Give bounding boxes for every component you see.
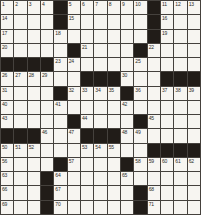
white-cell[interactable]: 65	[121, 172, 134, 186]
white-cell[interactable]	[81, 172, 94, 186]
clue-number: 65	[122, 172, 127, 178]
clue-number: 50	[2, 144, 7, 150]
white-cell[interactable]: 13	[188, 1, 201, 15]
clue-number: 21	[82, 44, 87, 50]
white-cell[interactable]: 62	[188, 158, 201, 172]
clue-number: 33	[82, 87, 87, 93]
clue-number: 64	[55, 172, 60, 178]
white-cell[interactable]: 5	[68, 1, 81, 15]
clue-number: 11	[162, 1, 167, 7]
white-cell[interactable]: 31	[1, 87, 14, 101]
white-cell[interactable]	[161, 201, 174, 215]
white-cell[interactable]	[14, 44, 27, 58]
white-cell[interactable]	[188, 15, 201, 29]
white-cell[interactable]	[161, 186, 174, 200]
white-cell[interactable]: 23	[54, 58, 67, 72]
white-cell[interactable]: 3	[28, 1, 41, 15]
clue-number: 1	[2, 1, 5, 7]
white-cell[interactable]: 50	[1, 144, 14, 158]
black-cell	[161, 72, 174, 86]
white-cell[interactable]	[68, 72, 81, 86]
clue-number: 13	[189, 1, 194, 7]
clue-number: 55	[109, 144, 114, 150]
white-cell[interactable]	[188, 129, 201, 143]
black-cell	[54, 15, 67, 29]
clue-number: 37	[162, 87, 167, 93]
white-cell[interactable]	[94, 44, 107, 58]
clue-number: 7	[95, 1, 98, 7]
white-cell[interactable]	[68, 186, 81, 200]
white-cell[interactable]	[41, 158, 54, 172]
white-cell[interactable]	[134, 172, 147, 186]
white-cell[interactable]: 56	[1, 158, 14, 172]
black-cell	[148, 15, 161, 29]
white-cell[interactable]: 6	[81, 1, 94, 15]
clue-number: 9	[122, 1, 125, 7]
white-cell[interactable]	[14, 15, 27, 29]
clue-number: 16	[162, 15, 167, 21]
white-cell[interactable]	[28, 115, 41, 129]
white-cell[interactable]	[94, 30, 107, 44]
clue-number: 38	[175, 87, 180, 93]
clue-number: 56	[2, 158, 7, 164]
white-cell[interactable]	[108, 101, 121, 115]
white-cell[interactable]	[108, 115, 121, 129]
white-cell[interactable]: 49	[134, 129, 147, 143]
white-cell[interactable]	[14, 158, 27, 172]
clue-number: 17	[2, 30, 7, 36]
black-cell	[1, 129, 14, 143]
white-cell[interactable]	[94, 115, 107, 129]
black-cell	[121, 87, 134, 101]
white-cell[interactable]	[41, 87, 54, 101]
white-cell[interactable]	[188, 30, 201, 44]
clue-number: 67	[55, 186, 60, 192]
black-cell	[81, 72, 94, 86]
white-cell[interactable]	[148, 72, 161, 86]
white-cell[interactable]	[14, 30, 27, 44]
clue-number: 19	[162, 30, 167, 36]
white-cell[interactable]: 64	[54, 172, 67, 186]
white-cell[interactable]	[148, 87, 161, 101]
white-cell[interactable]	[54, 129, 67, 143]
white-cell[interactable]: 47	[68, 129, 81, 143]
clue-number: 32	[69, 87, 74, 93]
white-cell[interactable]	[68, 30, 81, 44]
white-cell[interactable]	[121, 58, 134, 72]
black-cell	[134, 115, 147, 129]
white-cell[interactable]	[94, 186, 107, 200]
white-cell[interactable]: 35	[108, 87, 121, 101]
white-cell[interactable]	[188, 44, 201, 58]
white-cell[interactable]: 60	[161, 158, 174, 172]
white-cell[interactable]: 12	[174, 1, 187, 15]
white-cell[interactable]	[14, 186, 27, 200]
clue-number: 12	[175, 1, 180, 7]
clue-number: 69	[2, 201, 7, 207]
white-cell[interactable]	[28, 201, 41, 215]
white-cell[interactable]	[174, 186, 187, 200]
white-cell[interactable]	[94, 201, 107, 215]
clue-number: 53	[82, 144, 87, 150]
white-cell[interactable]	[174, 101, 187, 115]
clue-number: 31	[2, 87, 7, 93]
clue-number: 20	[2, 44, 7, 50]
white-cell[interactable]: 22	[148, 44, 161, 58]
clue-number: 35	[109, 87, 114, 93]
white-cell[interactable]: 37	[161, 87, 174, 101]
crossword-board: 1234567891011121314151617181920212223242…	[0, 0, 201, 215]
clue-number: 44	[82, 115, 87, 121]
white-cell[interactable]: 4	[41, 1, 54, 15]
white-cell[interactable]: 34	[94, 87, 107, 101]
clue-number: 41	[55, 101, 60, 107]
white-cell[interactable]	[108, 30, 121, 44]
white-cell[interactable]: 45	[148, 115, 161, 129]
clue-number: 49	[135, 129, 140, 135]
black-cell	[41, 58, 54, 72]
black-cell	[94, 129, 107, 143]
white-cell[interactable]	[174, 201, 187, 215]
white-cell[interactable]	[121, 201, 134, 215]
clue-number: 18	[55, 30, 60, 36]
clue-number: 63	[2, 172, 7, 178]
white-cell[interactable]	[148, 172, 161, 186]
white-cell[interactable]	[108, 15, 121, 29]
clue-number: 71	[149, 201, 154, 207]
white-cell[interactable]	[148, 101, 161, 115]
white-cell[interactable]: 41	[54, 101, 67, 115]
white-cell[interactable]	[108, 201, 121, 215]
white-cell[interactable]: 8	[108, 1, 121, 15]
clue-number: 25	[135, 58, 140, 64]
white-cell[interactable]	[28, 172, 41, 186]
clue-number: 70	[55, 201, 60, 207]
black-cell	[41, 186, 54, 200]
white-cell[interactable]: 55	[108, 144, 121, 158]
white-cell[interactable]	[14, 115, 27, 129]
white-cell[interactable]: 27	[14, 72, 27, 86]
clue-number: 59	[149, 158, 154, 164]
white-cell[interactable]	[121, 44, 134, 58]
white-cell[interactable]: 36	[134, 87, 147, 101]
clue-number: 40	[2, 101, 7, 107]
white-cell[interactable]	[41, 30, 54, 44]
white-cell[interactable]	[161, 101, 174, 115]
white-cell[interactable]	[41, 115, 54, 129]
white-cell[interactable]	[121, 186, 134, 200]
white-cell[interactable]	[188, 201, 201, 215]
white-cell[interactable]: 59	[148, 158, 161, 172]
black-cell	[41, 201, 54, 215]
black-cell	[41, 172, 54, 186]
clue-number: 8	[109, 1, 112, 7]
white-cell[interactable]	[121, 15, 134, 29]
clue-number: 24	[69, 58, 74, 64]
black-cell	[54, 87, 67, 101]
black-cell	[94, 72, 107, 86]
white-cell[interactable]	[174, 115, 187, 129]
black-cell	[148, 30, 161, 44]
white-cell[interactable]	[108, 58, 121, 72]
white-cell[interactable]	[68, 172, 81, 186]
white-cell[interactable]	[161, 44, 174, 58]
white-cell[interactable]	[54, 72, 67, 86]
clue-number: 22	[149, 44, 154, 50]
black-cell	[108, 72, 121, 86]
white-cell[interactable]	[54, 115, 67, 129]
white-cell[interactable]: 21	[81, 44, 94, 58]
clue-number: 51	[15, 144, 20, 150]
white-cell[interactable]	[41, 44, 54, 58]
white-cell[interactable]: 17	[1, 30, 14, 44]
white-cell[interactable]	[148, 129, 161, 143]
white-cell[interactable]	[41, 101, 54, 115]
white-cell[interactable]: 29	[41, 72, 54, 86]
white-cell[interactable]: 9	[121, 1, 134, 15]
white-cell[interactable]	[161, 58, 174, 72]
black-cell	[161, 144, 174, 158]
white-cell[interactable]	[28, 30, 41, 44]
white-cell[interactable]	[94, 101, 107, 115]
white-cell[interactable]	[174, 44, 187, 58]
white-cell[interactable]	[68, 201, 81, 215]
white-cell[interactable]	[121, 144, 134, 158]
clue-number: 6	[82, 1, 85, 7]
white-cell[interactable]	[81, 201, 94, 215]
white-cell[interactable]	[68, 101, 81, 115]
black-cell	[134, 44, 147, 58]
white-cell[interactable]	[188, 172, 201, 186]
white-cell[interactable]: 16	[161, 15, 174, 29]
white-cell[interactable]	[28, 87, 41, 101]
clue-number: 60	[162, 158, 167, 164]
white-cell[interactable]	[28, 15, 41, 29]
white-cell[interactable]: 40	[1, 101, 14, 115]
black-cell	[54, 158, 67, 172]
white-cell[interactable]: 53	[81, 144, 94, 158]
white-cell[interactable]: 15	[68, 15, 81, 29]
white-cell[interactable]	[174, 172, 187, 186]
white-cell[interactable]	[188, 58, 201, 72]
white-cell[interactable]: 43	[1, 115, 14, 129]
white-cell[interactable]	[134, 72, 147, 86]
black-cell	[1, 58, 14, 72]
black-cell	[28, 129, 41, 143]
white-cell[interactable]: 46	[41, 129, 54, 143]
clue-number: 3	[29, 1, 32, 7]
white-cell[interactable]	[121, 30, 134, 44]
white-cell[interactable]	[14, 172, 27, 186]
white-cell[interactable]	[108, 44, 121, 58]
white-cell[interactable]: 63	[1, 172, 14, 186]
white-cell[interactable]: 48	[121, 129, 134, 143]
black-cell	[148, 1, 161, 15]
clue-number: 5	[69, 1, 72, 7]
white-cell[interactable]	[54, 44, 67, 58]
white-cell[interactable]	[94, 172, 107, 186]
white-cell[interactable]: 7	[94, 1, 107, 15]
white-cell[interactable]: 42	[121, 101, 134, 115]
clue-number: 48	[122, 129, 127, 135]
clue-number: 34	[95, 87, 100, 93]
white-cell[interactable]	[134, 15, 147, 29]
clue-number: 30	[122, 72, 127, 78]
black-cell	[68, 44, 81, 58]
white-cell[interactable]	[134, 101, 147, 115]
white-cell[interactable]	[161, 115, 174, 129]
clue-number: 26	[2, 72, 7, 78]
white-cell[interactable]	[54, 144, 67, 158]
white-cell[interactable]: 1	[1, 1, 14, 15]
black-cell	[28, 58, 41, 72]
clue-number: 47	[69, 129, 74, 135]
clue-number: 42	[122, 101, 127, 107]
black-cell	[54, 1, 67, 15]
white-cell[interactable]: 14	[1, 15, 14, 29]
clue-number: 36	[135, 87, 140, 93]
white-cell[interactable]: 33	[81, 87, 94, 101]
white-cell[interactable]: 18	[54, 30, 67, 44]
white-cell[interactable]	[134, 144, 147, 158]
white-cell[interactable]	[14, 101, 27, 115]
white-cell[interactable]: 69	[1, 201, 14, 215]
white-cell[interactable]: 32	[68, 87, 81, 101]
white-cell[interactable]: 70	[54, 201, 67, 215]
white-cell[interactable]: 39	[188, 87, 201, 101]
white-cell[interactable]	[28, 101, 41, 115]
black-cell	[174, 144, 187, 158]
clue-number: 14	[2, 15, 7, 21]
white-cell[interactable]: 54	[94, 144, 107, 158]
white-cell[interactable]	[148, 58, 161, 72]
clue-number: 66	[2, 186, 7, 192]
white-cell[interactable]: 24	[68, 58, 81, 72]
clue-number: 27	[15, 72, 20, 78]
black-cell	[148, 144, 161, 158]
clue-number: 45	[149, 115, 154, 121]
black-cell	[68, 115, 81, 129]
black-cell	[81, 129, 94, 143]
black-cell	[14, 58, 27, 72]
clue-number: 39	[189, 87, 194, 93]
white-cell[interactable]: 38	[174, 87, 187, 101]
white-cell[interactable]: 51	[14, 144, 27, 158]
white-cell[interactable]	[108, 186, 121, 200]
clue-number: 57	[69, 158, 74, 164]
black-cell	[188, 144, 201, 158]
black-cell	[14, 129, 27, 143]
white-cell[interactable]	[174, 129, 187, 143]
black-cell	[121, 158, 134, 172]
clue-number: 68	[149, 186, 154, 192]
white-cell[interactable]	[174, 30, 187, 44]
white-cell[interactable]: 71	[148, 201, 161, 215]
white-cell[interactable]	[81, 30, 94, 44]
crossword-puzzle: 1234567891011121314151617181920212223242…	[0, 0, 201, 215]
white-cell[interactable]: 44	[81, 115, 94, 129]
white-cell[interactable]	[81, 186, 94, 200]
white-cell[interactable]	[94, 158, 107, 172]
white-cell[interactable]	[188, 115, 201, 129]
white-cell[interactable]	[81, 58, 94, 72]
white-cell[interactable]: 26	[1, 72, 14, 86]
white-cell[interactable]: 67	[54, 186, 67, 200]
white-cell[interactable]	[68, 144, 81, 158]
clue-number: 43	[2, 115, 7, 121]
clue-number: 61	[175, 158, 180, 164]
white-cell[interactable]: 57	[68, 158, 81, 172]
white-cell[interactable]: 52	[28, 144, 41, 158]
white-cell[interactable]	[121, 115, 134, 129]
black-cell	[174, 72, 187, 86]
clue-number: 23	[55, 58, 60, 64]
white-cell[interactable]	[28, 186, 41, 200]
black-cell	[108, 129, 121, 143]
white-cell[interactable]: 66	[1, 186, 14, 200]
white-cell[interactable]: 19	[161, 30, 174, 44]
white-cell[interactable]	[94, 15, 107, 29]
clue-number: 4	[42, 1, 45, 7]
white-cell[interactable]	[174, 58, 187, 72]
clue-number: 46	[42, 129, 47, 135]
white-cell[interactable]	[108, 158, 121, 172]
white-cell[interactable]	[14, 201, 27, 215]
white-cell[interactable]: 58	[134, 158, 147, 172]
white-cell[interactable]: 25	[134, 58, 147, 72]
white-cell[interactable]: 68	[148, 186, 161, 200]
black-cell	[134, 186, 147, 200]
white-cell[interactable]	[28, 158, 41, 172]
white-cell[interactable]	[161, 172, 174, 186]
white-cell[interactable]	[94, 58, 107, 72]
white-cell[interactable]	[188, 101, 201, 115]
clue-number: 29	[42, 72, 47, 78]
white-cell[interactable]: 20	[1, 44, 14, 58]
clue-number: 54	[95, 144, 100, 150]
white-cell[interactable]	[161, 129, 174, 143]
clue-number: 62	[189, 158, 194, 164]
white-cell[interactable]	[174, 15, 187, 29]
white-cell[interactable]	[81, 101, 94, 115]
clue-number: 52	[29, 144, 34, 150]
white-cell[interactable]: 30	[121, 72, 134, 86]
black-cell	[134, 201, 147, 215]
white-cell[interactable]	[81, 158, 94, 172]
white-cell[interactable]: 2	[14, 1, 27, 15]
white-cell[interactable]	[188, 186, 201, 200]
clue-number: 15	[69, 15, 74, 21]
clue-number: 58	[135, 158, 140, 164]
black-cell	[188, 72, 201, 86]
white-cell[interactable]	[14, 87, 27, 101]
white-cell[interactable]	[28, 44, 41, 58]
white-cell[interactable]	[41, 15, 54, 29]
white-cell[interactable]: 28	[28, 72, 41, 86]
white-cell[interactable]	[108, 172, 121, 186]
clue-number: 28	[29, 72, 34, 78]
white-cell[interactable]: 10	[134, 1, 147, 15]
white-cell[interactable]	[41, 144, 54, 158]
white-cell[interactable]: 11	[161, 1, 174, 15]
white-cell[interactable]	[81, 15, 94, 29]
clue-number: 10	[135, 1, 140, 7]
clue-number: 2	[15, 1, 18, 7]
white-cell[interactable]: 61	[174, 158, 187, 172]
white-cell[interactable]	[134, 30, 147, 44]
